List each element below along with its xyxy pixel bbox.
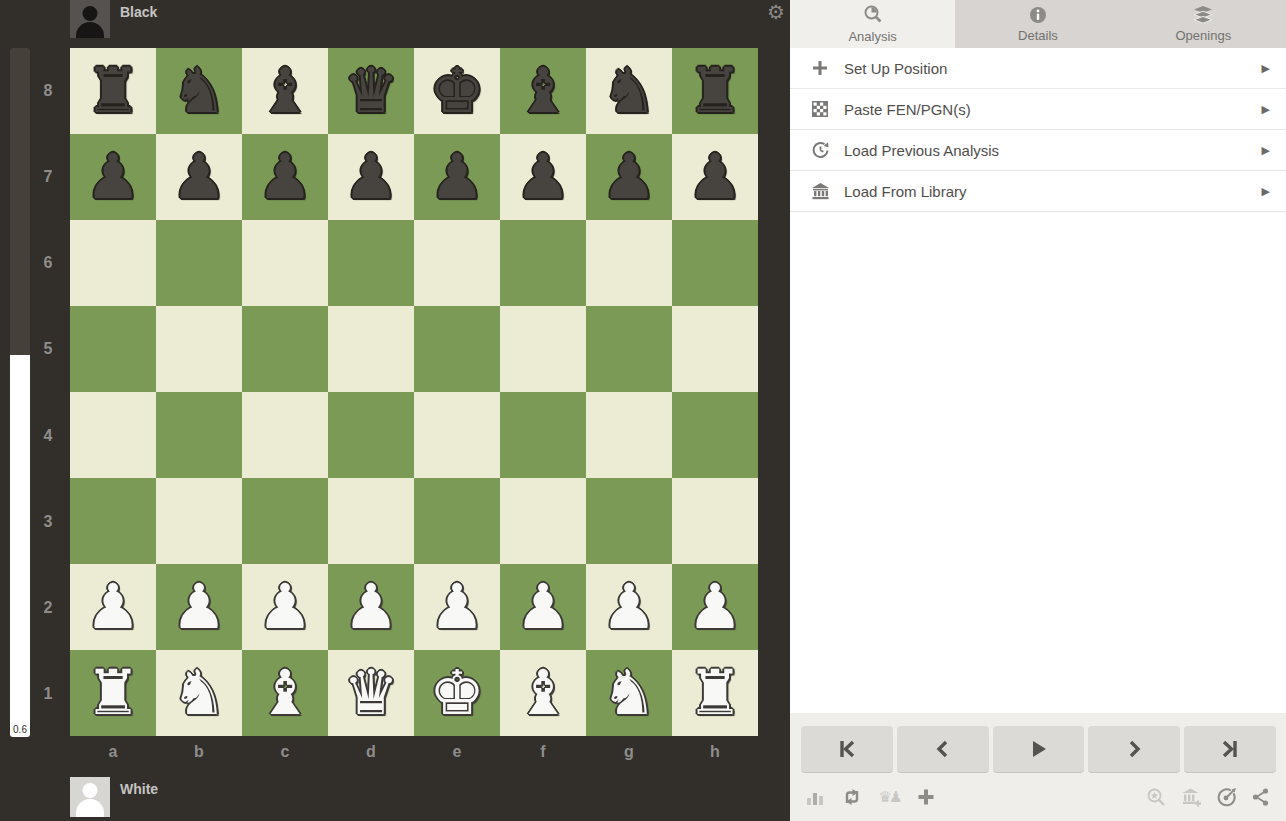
- square-d8[interactable]: ♛: [328, 48, 414, 134]
- square-g3[interactable]: [586, 478, 672, 564]
- save-library-icon: [1180, 786, 1202, 808]
- square-d2[interactable]: ♟: [328, 564, 414, 650]
- square-h6[interactable]: [672, 220, 758, 306]
- openings-books-icon: [1192, 5, 1214, 25]
- file-label-f: f: [500, 737, 586, 767]
- tab-analysis[interactable]: Analysis: [790, 0, 955, 48]
- menu-item-load-previous-analysis[interactable]: Load Previous Analysis▶: [790, 130, 1286, 171]
- black-player-name: Black: [120, 4, 157, 20]
- library-icon: [811, 182, 830, 200]
- square-a4[interactable]: [70, 392, 156, 478]
- square-b6[interactable]: [156, 220, 242, 306]
- square-b2[interactable]: ♟: [156, 564, 242, 650]
- black-avatar: [70, 0, 110, 38]
- rank-label-4: 4: [34, 393, 62, 479]
- square-f7[interactable]: ♟: [500, 134, 586, 220]
- square-h8[interactable]: ♜: [672, 48, 758, 134]
- square-a6[interactable]: [70, 220, 156, 306]
- menu-item-label: Paste FEN/PGN(s): [844, 101, 971, 118]
- square-g1[interactable]: ♞: [586, 650, 672, 736]
- white-piece-p-a2[interactable]: ♟: [85, 564, 141, 650]
- square-b4[interactable]: [156, 392, 242, 478]
- white-piece-r-h1[interactable]: ♜: [687, 650, 743, 736]
- square-e5[interactable]: [414, 306, 500, 392]
- square-f4[interactable]: [500, 392, 586, 478]
- tab-label: Openings: [1175, 28, 1231, 43]
- menu-item-label: Load Previous Analysis: [844, 142, 999, 159]
- white-piece-n-b1[interactable]: ♞: [171, 650, 227, 736]
- square-b7[interactable]: ♟: [156, 134, 242, 220]
- square-b8[interactable]: ♞: [156, 48, 242, 134]
- rank-label-2: 2: [34, 565, 62, 651]
- black-piece-p-d7[interactable]: ♟: [343, 134, 399, 220]
- file-label-a: a: [70, 737, 156, 767]
- square-c7[interactable]: ♟: [242, 134, 328, 220]
- square-e6[interactable]: [414, 220, 500, 306]
- rank-label-5: 5: [34, 306, 62, 392]
- square-c1[interactable]: ♝: [242, 650, 328, 736]
- square-h1[interactable]: ♜: [672, 650, 758, 736]
- square-d1[interactable]: ♛: [328, 650, 414, 736]
- square-h4[interactable]: [672, 392, 758, 478]
- square-c5[interactable]: [242, 306, 328, 392]
- square-e7[interactable]: ♟: [414, 134, 500, 220]
- square-c8[interactable]: ♝: [242, 48, 328, 134]
- white-avatar: [70, 777, 110, 817]
- board-area: ⚙ Black 0.6 87654321 ♜♞♝♛♚♝♞♜♟♟♟♟♟♟♟♟♟♟♟…: [0, 0, 790, 821]
- white-piece-p-g2[interactable]: ♟: [601, 564, 657, 650]
- white-piece-p-b2[interactable]: ♟: [171, 564, 227, 650]
- square-e8[interactable]: ♚: [414, 48, 500, 134]
- black-piece-q-d8[interactable]: ♛: [343, 48, 399, 134]
- history-icon: [811, 141, 830, 160]
- black-player-row: Black: [70, 0, 157, 40]
- file-label-h: h: [672, 737, 758, 767]
- square-f8[interactable]: ♝: [500, 48, 586, 134]
- white-piece-p-f2[interactable]: ♟: [515, 564, 571, 650]
- skip-end-icon: [1217, 736, 1243, 762]
- black-piece-p-c7[interactable]: ♟: [257, 134, 313, 220]
- share-icon[interactable]: [1250, 786, 1272, 808]
- chessboard-icon: [811, 100, 829, 118]
- file-label-c: c: [242, 737, 328, 767]
- rank-label-6: 6: [34, 220, 62, 306]
- square-a2[interactable]: ♟: [70, 564, 156, 650]
- square-h5[interactable]: [672, 306, 758, 392]
- black-piece-p-f7[interactable]: ♟: [515, 134, 571, 220]
- square-a8[interactable]: ♜: [70, 48, 156, 134]
- plus-icon: [811, 59, 829, 77]
- chess-analysis-app: ⚙ Black 0.6 87654321 ♜♞♝♛♚♝♞♜♟♟♟♟♟♟♟♟♟♟♟…: [0, 0, 1286, 821]
- share-nodes-icon: [1251, 787, 1271, 807]
- chess-pieces-icon: ♛♟: [879, 788, 900, 806]
- square-c4[interactable]: [242, 392, 328, 478]
- square-b5[interactable]: [156, 306, 242, 392]
- chevron-right-icon: ▶: [1262, 144, 1270, 157]
- file-label-b: b: [156, 737, 242, 767]
- square-e1[interactable]: ♚: [414, 650, 500, 736]
- evaluation-score: 0.6: [10, 724, 30, 735]
- magnifier-star-icon: [1146, 787, 1167, 808]
- square-a5[interactable]: [70, 306, 156, 392]
- library-plus-icon: [1181, 787, 1202, 808]
- black-piece-n-g8[interactable]: ♞: [601, 48, 657, 134]
- square-f6[interactable]: [500, 220, 586, 306]
- black-piece-b-c8[interactable]: ♝: [257, 48, 313, 134]
- rank-label-1: 1: [34, 651, 62, 737]
- square-f1[interactable]: ♝: [500, 650, 586, 736]
- play-button[interactable]: [993, 726, 1085, 773]
- square-h2[interactable]: ♟: [672, 564, 758, 650]
- chevron-left-icon: [930, 736, 956, 762]
- file-label-e: e: [414, 737, 500, 767]
- play-icon: [1025, 736, 1051, 762]
- square-d6[interactable]: [328, 220, 414, 306]
- square-a7[interactable]: ♟: [70, 134, 156, 220]
- add-icon[interactable]: [915, 786, 937, 808]
- black-piece-n-b8[interactable]: ♞: [171, 48, 227, 134]
- square-d3[interactable]: [328, 478, 414, 564]
- info-circle-icon: [1028, 5, 1048, 25]
- square-a1[interactable]: ♜: [70, 650, 156, 736]
- practice-icon[interactable]: [1215, 786, 1237, 808]
- square-c2[interactable]: ♟: [242, 564, 328, 650]
- chevron-right-icon: ▶: [1262, 185, 1270, 198]
- chess-board: ♜♞♝♛♚♝♞♜♟♟♟♟♟♟♟♟♟♟♟♟♟♟♟♟♜♞♝♛♚♝♞♜: [70, 48, 758, 736]
- square-g8[interactable]: ♞: [586, 48, 672, 134]
- tab-details[interactable]: Details: [955, 0, 1120, 48]
- flip-board-icon[interactable]: [841, 786, 863, 808]
- black-piece-r-h8[interactable]: ♜: [687, 48, 743, 134]
- square-g7[interactable]: ♟: [586, 134, 672, 220]
- skip-start-icon: [834, 736, 860, 762]
- chevron-right-icon: ▶: [1262, 62, 1270, 75]
- square-c6[interactable]: [242, 220, 328, 306]
- black-piece-k-e8[interactable]: ♚: [429, 48, 485, 134]
- previous-move-button[interactable]: [897, 726, 989, 773]
- footer-icon-row: ♛♟: [790, 786, 1286, 808]
- square-d4[interactable]: [328, 392, 414, 478]
- white-player-name: White: [120, 781, 158, 797]
- pieces-icon: ♛♟: [878, 786, 900, 808]
- bar-chart-icon: [805, 787, 825, 807]
- white-player-row: White: [70, 777, 158, 817]
- white-piece-p-h2[interactable]: ♟: [687, 564, 743, 650]
- square-e3[interactable]: [414, 478, 500, 564]
- white-piece-p-d2[interactable]: ♟: [343, 564, 399, 650]
- black-piece-p-a7[interactable]: ♟: [85, 134, 141, 220]
- panel-tabbar: Analysis Details Openings: [790, 0, 1286, 48]
- white-piece-b-f1[interactable]: ♝: [515, 650, 571, 736]
- tab-label: Details: [1018, 28, 1058, 43]
- white-piece-p-c2[interactable]: ♟: [257, 564, 313, 650]
- black-piece-p-b7[interactable]: ♟: [171, 134, 227, 220]
- white-piece-q-d1[interactable]: ♛: [343, 650, 399, 736]
- rank-label-8: 8: [34, 48, 62, 134]
- square-e4[interactable]: [414, 392, 500, 478]
- rank-label-3: 3: [34, 479, 62, 565]
- board-settings-gear-icon[interactable]: ⚙: [764, 0, 788, 24]
- menu-item-load-from-library[interactable]: Load From Library▶: [790, 171, 1286, 212]
- square-c3[interactable]: [242, 478, 328, 564]
- white-piece-r-a1[interactable]: ♜: [85, 650, 141, 736]
- move-controls: ♛♟: [790, 713, 1286, 821]
- flip-arrows-icon: [842, 787, 862, 807]
- first-move-button[interactable]: [801, 726, 893, 773]
- menu-item-label: Load From Library: [844, 183, 967, 200]
- square-f3[interactable]: [500, 478, 586, 564]
- square-g6[interactable]: [586, 220, 672, 306]
- analysis-magnifier-icon: [862, 4, 884, 26]
- analysis-panel: Analysis Details Openings Set Up Positio…: [790, 0, 1286, 821]
- move-nav-row: [790, 713, 1286, 773]
- file-labels: abcdefgh: [70, 737, 758, 767]
- rank-label-7: 7: [34, 134, 62, 220]
- evaluation-bar: 0.6: [10, 48, 30, 737]
- menu-item-paste-fen-pgn-s-[interactable]: Paste FEN/PGN(s)▶: [790, 89, 1286, 130]
- plus-bold-icon: [916, 787, 936, 807]
- square-d7[interactable]: ♟: [328, 134, 414, 220]
- footer-left-icons: ♛♟: [804, 786, 937, 808]
- square-h3[interactable]: [672, 478, 758, 564]
- tab-label: Analysis: [848, 29, 896, 44]
- evaluation-bar-white-section: 0.6: [10, 355, 30, 737]
- tab-openings[interactable]: Openings: [1121, 0, 1286, 48]
- explore-icon: [1145, 786, 1167, 808]
- square-f2[interactable]: ♟: [500, 564, 586, 650]
- square-e2[interactable]: ♟: [414, 564, 500, 650]
- square-g5[interactable]: [586, 306, 672, 392]
- menu-item-label: Set Up Position: [844, 60, 947, 77]
- square-b1[interactable]: ♞: [156, 650, 242, 736]
- square-d5[interactable]: [328, 306, 414, 392]
- black-piece-r-a8[interactable]: ♜: [85, 48, 141, 134]
- rank-labels: 87654321: [34, 48, 62, 737]
- square-a3[interactable]: [70, 478, 156, 564]
- analysis-menu: Set Up Position▶ Paste FEN/PGN(s)▶ Load …: [790, 48, 1286, 212]
- black-piece-p-h7[interactable]: ♟: [687, 134, 743, 220]
- square-g2[interactable]: ♟: [586, 564, 672, 650]
- chevron-right-icon: [1121, 736, 1147, 762]
- white-piece-b-c1[interactable]: ♝: [257, 650, 313, 736]
- target-icon: [1216, 787, 1237, 808]
- evaluation-chart-icon: [804, 786, 826, 808]
- square-f5[interactable]: [500, 306, 586, 392]
- white-piece-n-g1[interactable]: ♞: [601, 650, 657, 736]
- footer-right-icons: [1145, 786, 1272, 808]
- next-move-button[interactable]: [1088, 726, 1180, 773]
- file-label-d: d: [328, 737, 414, 767]
- square-g4[interactable]: [586, 392, 672, 478]
- black-piece-b-f8[interactable]: ♝: [515, 48, 571, 134]
- white-piece-k-e1[interactable]: ♚: [429, 650, 485, 736]
- black-piece-p-g7[interactable]: ♟: [601, 134, 657, 220]
- file-label-g: g: [586, 737, 672, 767]
- black-piece-p-e7[interactable]: ♟: [429, 134, 485, 220]
- square-b3[interactable]: [156, 478, 242, 564]
- square-h7[interactable]: ♟: [672, 134, 758, 220]
- last-move-button[interactable]: [1184, 726, 1276, 773]
- menu-item-set-up-position[interactable]: Set Up Position▶: [790, 48, 1286, 89]
- white-piece-p-e2[interactable]: ♟: [429, 564, 485, 650]
- chevron-right-icon: ▶: [1262, 103, 1270, 116]
